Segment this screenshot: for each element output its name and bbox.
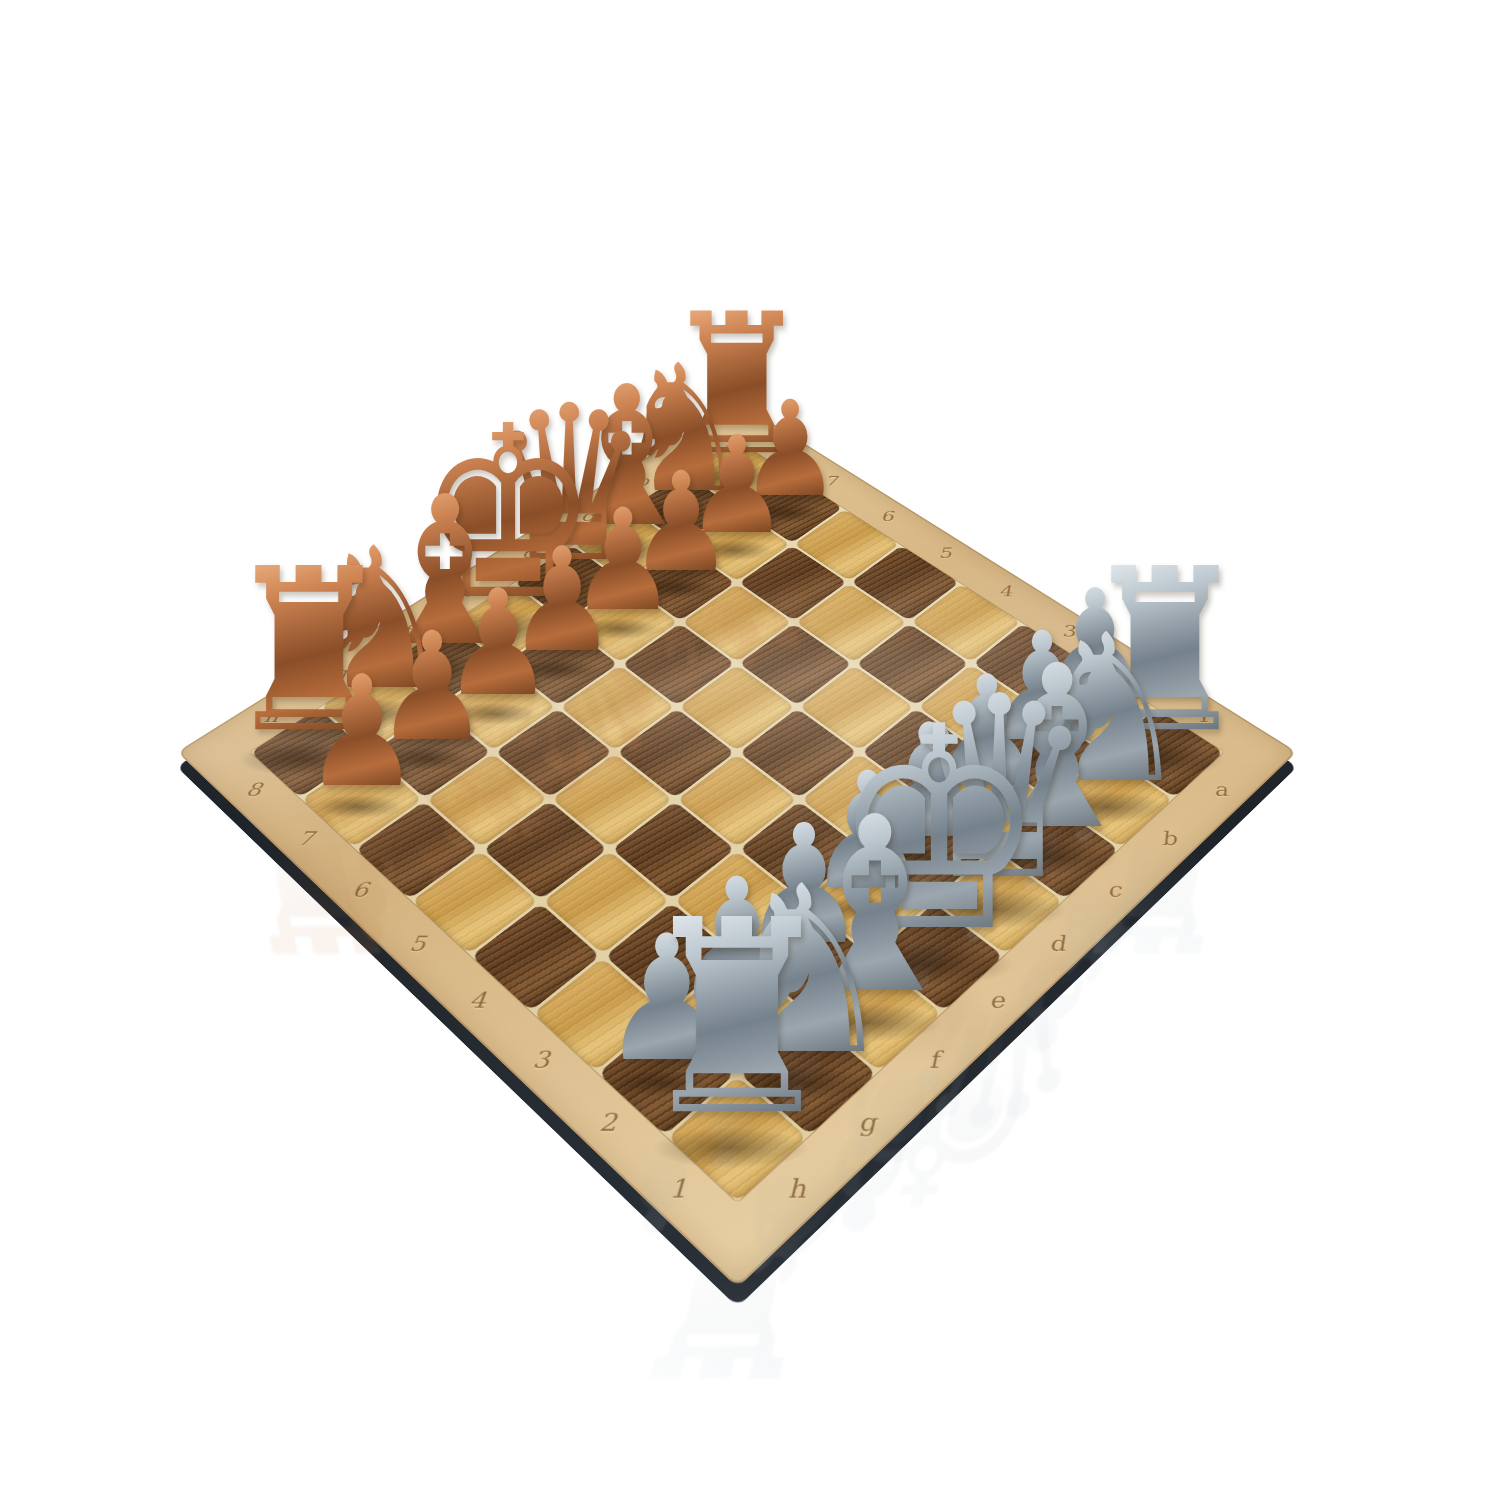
board-label-lower-right-3: 3 [520,1043,562,1077]
board-label-upper-left-5: 5 [928,543,961,564]
pawn-glyph: ♟ [304,660,421,806]
rook-glyph: ♜ [635,892,839,1146]
board-label-lower-right-4: 4 [457,984,499,1016]
board-label-upper-left-4: 4 [988,580,1022,602]
square-h4[interactable] [471,903,601,1011]
board-label-upper-left-6: 6 [871,506,903,526]
product-photo-canvas: 88aa77bb66cc55dd44ee33ff22gg11hh ♜♜♟♟♟♟♜… [0,0,1500,1500]
